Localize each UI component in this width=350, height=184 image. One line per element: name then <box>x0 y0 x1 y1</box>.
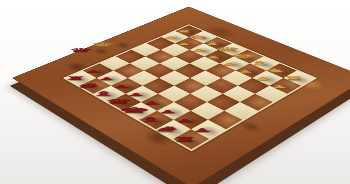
piece-white-bishop-f1: ♝ <box>247 61 272 66</box>
square-h5 <box>224 102 258 120</box>
piece-red-queen-d8: ♛ <box>103 98 134 105</box>
piece-white-pawn-a2: ♟ <box>162 36 178 39</box>
square-e5 <box>174 78 206 94</box>
square-c7: ♟ <box>111 78 143 94</box>
square-b8: ♞ <box>79 78 111 94</box>
piece-white-king-e1: ♚ <box>228 53 258 59</box>
square-h3 <box>255 86 287 102</box>
square-c8: ♝ <box>93 86 125 102</box>
square-f7: ♟ <box>157 102 191 120</box>
piece-shadow <box>178 114 205 129</box>
piece-white-pawn-g2: ♟ <box>253 77 272 81</box>
piece-white-rook-h1: ♜ <box>281 76 305 81</box>
square-g8: ♞ <box>156 120 191 139</box>
square-e7: ♟ <box>141 94 174 111</box>
board-frame: ♜♞♝♛♚♝♞♜♟♟♟♟♟♟♟♟♟♟♟♟♟♟♟♟♜♞♝♛♚♝♞♜ ♛♛ <box>12 6 350 184</box>
piece-shadow <box>144 114 171 129</box>
piece-red-pawn-d7: ♟ <box>126 92 145 96</box>
square-h6 <box>208 111 242 129</box>
piece-red-pawn-e7: ♟ <box>142 101 161 105</box>
piece-shadow <box>162 106 189 120</box>
piece-shadow <box>115 81 140 94</box>
piece-red-pawn-a7: ♟ <box>83 69 102 73</box>
piece-white-pawn-h2: ♟ <box>270 84 289 88</box>
chess-set-product-photo: ♜♞♝♛♚♝♞♜♟♟♟♟♟♟♟♟♟♟♟♟♟♟♟♟♜♞♝♛♚♝♞♜ ♛♛ <box>0 0 350 184</box>
piece-shadow <box>145 97 171 111</box>
square-g4 <box>223 86 255 102</box>
piece-red-knight-b8: ♞ <box>76 83 103 89</box>
extra-red-queen: ♛ <box>67 48 95 54</box>
piece-white-pawn-c2: ♟ <box>190 49 207 52</box>
piece-shadow <box>274 81 300 94</box>
piece-red-pawn-c7: ♟ <box>111 84 130 88</box>
piece-white-knight-b1: ♞ <box>187 35 210 39</box>
piece-white-pawn-f2: ♟ <box>236 69 254 73</box>
square-d8: ♛ <box>108 94 141 111</box>
square-e8: ♚ <box>123 102 157 120</box>
square-h4 <box>240 94 273 111</box>
piece-red-rook-a8: ♜ <box>63 76 87 81</box>
piece-red-king-e8: ♚ <box>117 106 151 114</box>
piece-shadow <box>112 97 138 111</box>
square-g6 <box>191 102 225 120</box>
piece-white-bishop-c1: ♝ <box>201 41 224 46</box>
square-f5 <box>190 86 222 102</box>
piece-white-rook-a1: ♜ <box>174 29 194 33</box>
piece-shadow <box>130 89 156 102</box>
piece-white-knight-g1: ♞ <box>263 68 289 73</box>
square-h8: ♜ <box>173 129 209 149</box>
square-h2: ♟ <box>269 78 301 94</box>
square-f6 <box>174 94 207 111</box>
piece-white-queen-d1: ♛ <box>214 47 241 52</box>
piece-red-rook-h8: ♜ <box>172 136 198 143</box>
piece-shadow <box>196 124 224 139</box>
piece-white-pawn-b2: ♟ <box>176 42 193 45</box>
piece-red-bishop-c8: ♝ <box>90 91 117 97</box>
piece-shadow <box>178 133 207 149</box>
piece-red-pawn-b7: ♟ <box>97 77 116 81</box>
square-d6 <box>143 78 175 94</box>
square-f8: ♝ <box>139 111 173 129</box>
piece-shadow <box>128 106 155 120</box>
piece-red-bishop-f8: ♝ <box>136 116 164 123</box>
piece-white-pawn-d2: ♟ <box>205 55 222 59</box>
square-f4 <box>206 78 238 94</box>
square-g5 <box>207 94 240 111</box>
square-d7: ♟ <box>126 86 158 102</box>
square-g7: ♟ <box>174 111 208 129</box>
piece-red-pawn-g7: ♟ <box>175 118 195 123</box>
piece-white-pawn-e2: ♟ <box>220 62 238 66</box>
piece-red-knight-g8: ♞ <box>153 126 182 133</box>
piece-red-pawn-h7: ♟ <box>192 128 212 133</box>
square-g3 <box>238 78 270 94</box>
square-e6 <box>158 86 190 102</box>
square-h7: ♟ <box>191 120 226 139</box>
piece-shadow <box>161 124 189 139</box>
piece-red-pawn-f7: ♟ <box>158 109 178 114</box>
chess-board: ♜♞♝♛♚♝♞♜♟♟♟♟♟♟♟♟♟♟♟♟♟♟♟♟♜♞♝♛♚♝♞♜ ♛♛ <box>12 6 350 184</box>
